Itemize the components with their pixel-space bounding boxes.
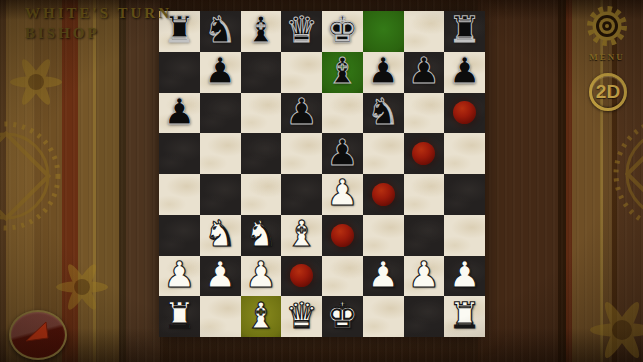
square-a5[interactable] <box>159 133 200 174</box>
undo-button[interactable] <box>9 310 67 360</box>
square-b8[interactable]: ♞ <box>200 11 241 52</box>
piece-white-bishop: ♝ <box>245 298 277 334</box>
piece-white-queen: ♛ <box>285 298 317 334</box>
square-e5[interactable]: ♟ <box>322 133 363 174</box>
square-d1[interactable]: ♛ <box>281 296 322 337</box>
square-c6[interactable] <box>241 93 282 134</box>
square-h4[interactable] <box>444 174 485 215</box>
square-g7[interactable]: ♟ <box>404 52 445 93</box>
piece-black-queen: ♛ <box>285 12 317 48</box>
square-f3[interactable] <box>363 215 404 256</box>
piece-white-pawn: ♟ <box>163 257 195 293</box>
piece-white-knight: ♞ <box>204 216 236 252</box>
piece-black-bishop: ♝ <box>326 53 358 89</box>
square-e4[interactable]: ♟ <box>322 174 363 215</box>
square-f8[interactable] <box>363 11 404 52</box>
square-c4[interactable] <box>241 174 282 215</box>
square-d4[interactable] <box>281 174 322 215</box>
square-g1[interactable] <box>404 296 445 337</box>
undo-arrow-icon <box>18 317 58 353</box>
square-g6[interactable] <box>404 93 445 134</box>
gear-icon <box>585 5 629 47</box>
chess-board: ♜♞♝♛♚♜♟♝♟♟♟♟♟♞♟♟♞♞♝♟♟♟♟♟♟♜♝♛♚♜ <box>159 11 485 337</box>
square-c7[interactable] <box>241 52 282 93</box>
piece-white-knight: ♞ <box>245 216 277 252</box>
square-a7[interactable] <box>159 52 200 93</box>
menu-button[interactable]: MENU <box>583 5 631 62</box>
square-g4[interactable] <box>404 174 445 215</box>
square-b6[interactable] <box>200 93 241 134</box>
square-b2[interactable]: ♟ <box>200 256 241 297</box>
square-b4[interactable] <box>200 174 241 215</box>
square-a1[interactable]: ♜ <box>159 296 200 337</box>
square-f7[interactable]: ♟ <box>363 52 404 93</box>
move-hint-dot <box>412 142 435 165</box>
square-g3[interactable] <box>404 215 445 256</box>
square-e3[interactable] <box>322 215 363 256</box>
square-f1[interactable] <box>363 296 404 337</box>
square-d6[interactable]: ♟ <box>281 93 322 134</box>
square-g2[interactable]: ♟ <box>404 256 445 297</box>
move-hint-dot <box>453 101 476 124</box>
piece-white-pawn: ♟ <box>204 257 236 293</box>
piece-black-knight: ♞ <box>367 94 399 130</box>
square-g5[interactable] <box>404 133 445 174</box>
piece-black-pawn: ♟ <box>285 94 317 130</box>
square-a2[interactable]: ♟ <box>159 256 200 297</box>
square-b3[interactable]: ♞ <box>200 215 241 256</box>
piece-black-bishop: ♝ <box>245 12 277 48</box>
move-hint-dot <box>290 264 313 287</box>
piece-white-pawn: ♟ <box>448 257 480 293</box>
square-h6[interactable] <box>444 93 485 134</box>
right-medallion-ornament <box>600 108 643 244</box>
piece-black-rook: ♜ <box>448 12 480 48</box>
square-h5[interactable] <box>444 133 485 174</box>
square-f2[interactable]: ♟ <box>363 256 404 297</box>
square-d8[interactable]: ♛ <box>281 11 322 52</box>
app-window: WHITE'S TURN BISHOP ♜♞♝♛♚♜♟♝♟♟♟♟♟♞♟♟♞♞♝♟… <box>0 0 643 362</box>
piece-white-pawn: ♟ <box>245 257 277 293</box>
square-b7[interactable]: ♟ <box>200 52 241 93</box>
move-hint-dot <box>372 183 395 206</box>
square-b1[interactable] <box>200 296 241 337</box>
sunflower-ornament <box>588 296 643 362</box>
square-f4[interactable] <box>363 174 404 215</box>
square-e8[interactable]: ♚ <box>322 11 363 52</box>
square-d5[interactable] <box>281 133 322 174</box>
turn-text: WHITE'S TURN <box>25 5 172 22</box>
square-a6[interactable]: ♟ <box>159 93 200 134</box>
menu-label: MENU <box>583 52 631 62</box>
square-h3[interactable] <box>444 215 485 256</box>
square-h8[interactable]: ♜ <box>444 11 485 52</box>
square-f6[interactable]: ♞ <box>363 93 404 134</box>
view-2d-button[interactable]: 2D <box>589 73 627 111</box>
square-c8[interactable]: ♝ <box>241 11 282 52</box>
square-a3[interactable] <box>159 215 200 256</box>
square-h2[interactable]: ♟ <box>444 256 485 297</box>
square-c3[interactable]: ♞ <box>241 215 282 256</box>
piece-black-pawn: ♟ <box>326 135 358 171</box>
square-c1[interactable]: ♝ <box>241 296 282 337</box>
square-e6[interactable] <box>322 93 363 134</box>
move-hint-dot <box>331 224 354 247</box>
square-a4[interactable] <box>159 174 200 215</box>
square-b5[interactable] <box>200 133 241 174</box>
piece-white-pawn: ♟ <box>326 175 358 211</box>
square-g8[interactable] <box>404 11 445 52</box>
piece-black-pawn: ♟ <box>163 94 195 130</box>
piece-white-king: ♚ <box>326 298 358 334</box>
square-c5[interactable] <box>241 133 282 174</box>
square-h1[interactable]: ♜ <box>444 296 485 337</box>
piece-black-knight: ♞ <box>204 12 236 48</box>
piece-white-pawn: ♟ <box>367 257 399 293</box>
square-d7[interactable] <box>281 52 322 93</box>
piece-black-pawn: ♟ <box>204 53 236 89</box>
piece-black-pawn: ♟ <box>448 53 480 89</box>
square-h7[interactable]: ♟ <box>444 52 485 93</box>
square-e1[interactable]: ♚ <box>322 296 363 337</box>
piece-black-pawn: ♟ <box>408 53 440 89</box>
square-c2[interactable]: ♟ <box>241 256 282 297</box>
sunflower-ornament <box>8 54 64 110</box>
piece-white-rook: ♜ <box>163 298 195 334</box>
square-f5[interactable] <box>363 133 404 174</box>
piece-black-king: ♚ <box>326 12 358 48</box>
piece-white-bishop: ♝ <box>285 216 317 252</box>
piece-black-pawn: ♟ <box>367 53 399 89</box>
square-d3[interactable]: ♝ <box>281 215 322 256</box>
sunflower-ornament <box>54 259 110 315</box>
left-medallion-ornament <box>0 114 74 238</box>
selected-piece-text: BISHOP <box>25 25 172 42</box>
square-e7[interactable]: ♝ <box>322 52 363 93</box>
square-e2[interactable] <box>322 256 363 297</box>
piece-white-rook: ♜ <box>448 298 480 334</box>
square-d2[interactable] <box>281 256 322 297</box>
turn-indicator: WHITE'S TURN BISHOP <box>25 5 172 42</box>
piece-white-pawn: ♟ <box>408 257 440 293</box>
